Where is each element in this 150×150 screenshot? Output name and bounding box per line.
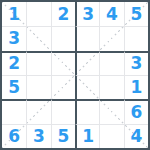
cell-r6c6[interactable]: 4: [124, 124, 148, 148]
cell-r1c5[interactable]: 4: [99, 2, 123, 26]
cell-r3c1[interactable]: 2: [2, 51, 26, 75]
cell-r6c5[interactable]: [99, 124, 123, 148]
cell-r1c3[interactable]: 2: [51, 2, 75, 26]
cell-r1c6[interactable]: 5: [124, 2, 148, 26]
cell-r3c3[interactable]: [51, 51, 75, 75]
cell-r4c6[interactable]: 1: [124, 75, 148, 99]
cell-r6c4[interactable]: 1: [75, 124, 99, 148]
cell-r5c3[interactable]: [51, 99, 75, 123]
cell-r2c5[interactable]: [99, 26, 123, 50]
cell-r3c4[interactable]: [75, 51, 99, 75]
cell-r2c1[interactable]: 3: [2, 26, 26, 50]
cell-r2c4[interactable]: [75, 26, 99, 50]
cell-r5c6[interactable]: 6: [124, 99, 148, 123]
cell-r4c1[interactable]: 5: [2, 75, 26, 99]
cell-r5c2[interactable]: [26, 99, 50, 123]
cell-r6c3[interactable]: 5: [51, 124, 75, 148]
cell-r6c2[interactable]: 3: [26, 124, 50, 148]
cell-r1c2[interactable]: [26, 2, 50, 26]
cell-r5c1[interactable]: [2, 99, 26, 123]
cell-r4c5[interactable]: [99, 75, 123, 99]
cell-r3c6[interactable]: 3: [124, 51, 148, 75]
cell-r1c4[interactable]: 3: [75, 2, 99, 26]
cell-r4c4[interactable]: [75, 75, 99, 99]
cell-r6c1[interactable]: 6: [2, 124, 26, 148]
sudoku-grid: 1234532351663514: [2, 2, 148, 148]
cell-r2c2[interactable]: [26, 26, 50, 50]
cell-r4c3[interactable]: [51, 75, 75, 99]
cell-r5c5[interactable]: [99, 99, 123, 123]
cell-r2c3[interactable]: [51, 26, 75, 50]
cell-r5c4[interactable]: [75, 99, 99, 123]
cell-r1c1[interactable]: 1: [2, 2, 26, 26]
cell-r3c5[interactable]: [99, 51, 123, 75]
sudoku-board: 1234532351663514: [0, 0, 150, 150]
cell-r2c6[interactable]: [124, 26, 148, 50]
cell-r3c2[interactable]: [26, 51, 50, 75]
cell-r4c2[interactable]: [26, 75, 50, 99]
